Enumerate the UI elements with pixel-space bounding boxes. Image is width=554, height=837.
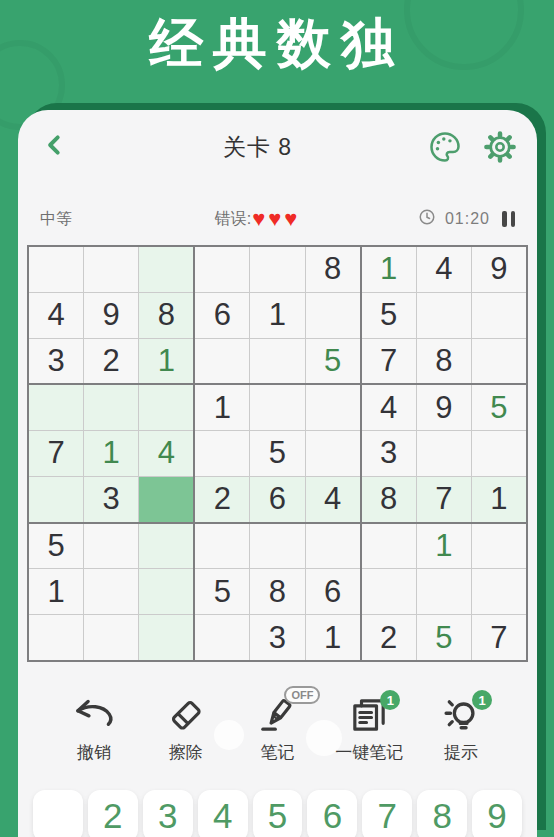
sudoku-box: 58631: [195, 524, 359, 660]
sudoku-cell-r4c3[interactable]: [139, 385, 193, 430]
tool-label: 撤销: [77, 741, 111, 764]
sudoku-cell-r3c4[interactable]: [195, 339, 249, 384]
level-title: 关卡 8: [108, 132, 407, 163]
game-card: 关卡 8: [18, 110, 537, 837]
sudoku-cell-r2c4[interactable]: 6: [195, 293, 249, 338]
sudoku-box: 498321: [29, 247, 193, 383]
clock-icon: [418, 208, 436, 230]
sudoku-cell-r8c4[interactable]: 5: [195, 569, 249, 614]
sudoku-cell-r2c2[interactable]: 9: [84, 293, 138, 338]
sudoku-cell-r5c4[interactable]: [195, 431, 249, 476]
sudoku-cell-r6c8[interactable]: 7: [417, 477, 471, 522]
sudoku-cell-r7c6[interactable]: [306, 524, 360, 569]
sudoku-cell-r2c5[interactable]: 1: [250, 293, 304, 338]
numpad-button-5[interactable]: 5: [253, 790, 303, 837]
sudoku-cell-r4c6[interactable]: [306, 385, 360, 430]
sudoku-cell-r2c3[interactable]: 8: [139, 293, 193, 338]
sudoku-cell-r3c5[interactable]: [250, 339, 304, 384]
sudoku-cell-r5c5[interactable]: 5: [250, 431, 304, 476]
sudoku-cell-r5c8[interactable]: [417, 431, 471, 476]
undo-button[interactable]: 撤销: [48, 696, 140, 764]
sudoku-cell-r7c5[interactable]: [250, 524, 304, 569]
sudoku-cell-r6c6[interactable]: 4: [306, 477, 360, 522]
sudoku-cell-r4c2[interactable]: [84, 385, 138, 430]
sudoku-cell-r2c7[interactable]: 5: [362, 293, 416, 338]
sudoku-cell-r6c3[interactable]: [139, 477, 193, 522]
gear-icon[interactable]: [483, 130, 517, 164]
sudoku-box: 7143: [29, 385, 193, 521]
palette-icon[interactable]: [427, 129, 463, 165]
sudoku-board: 4983218615149578714315264495387151586311…: [27, 245, 528, 662]
sudoku-cell-r8c7[interactable]: [362, 569, 416, 614]
sudoku-cell-r6c9[interactable]: 1: [472, 477, 526, 522]
sudoku-cell-r3c2[interactable]: 2: [84, 339, 138, 384]
sudoku-cell-r7c9[interactable]: [472, 524, 526, 569]
auto-notes-count-badge: 1: [380, 690, 400, 710]
numpad-button-9[interactable]: 9: [472, 790, 522, 837]
eraser-icon: [165, 695, 207, 739]
numpad-button-7[interactable]: 7: [362, 790, 412, 837]
sudoku-cell-r5c9[interactable]: [472, 431, 526, 476]
sudoku-cell-r9c1[interactable]: [29, 615, 83, 660]
pause-button[interactable]: [502, 211, 515, 227]
sudoku-cell-r4c8[interactable]: 9: [417, 385, 471, 430]
sudoku-cell-r4c4[interactable]: 1: [195, 385, 249, 430]
sudoku-cell-r9c4[interactable]: [195, 615, 249, 660]
sudoku-cell-r9c6[interactable]: 1: [306, 615, 360, 660]
sudoku-box: 1257: [362, 524, 526, 660]
status-row: 中等 错误: ♥♥♥ 01:20: [18, 206, 537, 232]
time-value: 01:20: [445, 210, 490, 228]
sudoku-cell-r9c3[interactable]: [139, 615, 193, 660]
sudoku-cell-r8c8[interactable]: [417, 569, 471, 614]
sudoku-cell-r3c1[interactable]: 3: [29, 339, 83, 384]
sudoku-cell-r3c7[interactable]: 7: [362, 339, 416, 384]
sudoku-cell-r1c3[interactable]: [139, 247, 193, 292]
sudoku-cell-r7c3[interactable]: [139, 524, 193, 569]
tool-label: 笔记: [260, 741, 294, 764]
sudoku-cell-r8c9[interactable]: [472, 569, 526, 614]
numpad-button-4[interactable]: 4: [198, 790, 248, 837]
sudoku-box: 15264: [195, 385, 359, 521]
top-bar: 关卡 8: [18, 122, 537, 172]
hint-count-badge: 1: [472, 690, 492, 710]
chevron-left-icon: [42, 132, 68, 162]
sudoku-cell-r5c1[interactable]: 7: [29, 431, 83, 476]
sudoku-cell-r6c2[interactable]: 3: [84, 477, 138, 522]
sudoku-cell-r2c8[interactable]: [417, 293, 471, 338]
sudoku-box: 51: [29, 524, 193, 660]
sudoku-cell-r8c1[interactable]: 1: [29, 569, 83, 614]
sudoku-cell-r2c6[interactable]: [306, 293, 360, 338]
sudoku-cell-r1c8[interactable]: 4: [417, 247, 471, 292]
notes-button[interactable]: OFF 笔记: [232, 696, 324, 764]
sudoku-cell-r9c9[interactable]: 7: [472, 615, 526, 660]
sudoku-box: 149578: [362, 247, 526, 383]
numpad-button-2[interactable]: 2: [88, 790, 138, 837]
sudoku-cell-r7c1[interactable]: 5: [29, 524, 83, 569]
numpad-button-8[interactable]: 8: [417, 790, 467, 837]
numpad-button-6[interactable]: 6: [307, 790, 357, 837]
sudoku-cell-r8c6[interactable]: 6: [306, 569, 360, 614]
sudoku-cell-r4c5[interactable]: [250, 385, 304, 430]
tool-label: 一键笔记: [335, 741, 403, 764]
back-button[interactable]: [38, 130, 72, 164]
numpad-button-3[interactable]: 3: [143, 790, 193, 837]
sudoku-cell-r1c2[interactable]: [84, 247, 138, 292]
sudoku-cell-r6c5[interactable]: 6: [250, 477, 304, 522]
sudoku-cell-r5c3[interactable]: 4: [139, 431, 193, 476]
toolbar: 撤销 擦除 OFF 笔: [48, 696, 507, 764]
sudoku-cell-r2c1[interactable]: 4: [29, 293, 83, 338]
errors-indicator: 错误: ♥♥♥: [150, 208, 365, 230]
sudoku-cell-r1c5[interactable]: [250, 247, 304, 292]
sudoku-cell-r8c3[interactable]: [139, 569, 193, 614]
difficulty-label: 中等: [40, 209, 150, 230]
sudoku-cell-r1c1[interactable]: [29, 247, 83, 292]
sudoku-cell-r2c9[interactable]: [472, 293, 526, 338]
sudoku-cell-r7c2[interactable]: [84, 524, 138, 569]
sudoku-cell-r6c1[interactable]: [29, 477, 83, 522]
hint-button[interactable]: 1 提示: [415, 696, 507, 764]
sudoku-cell-r3c8[interactable]: 8: [417, 339, 471, 384]
sudoku-cell-r8c5[interactable]: 8: [250, 569, 304, 614]
sudoku-cell-r6c7[interactable]: 8: [362, 477, 416, 522]
timer: 01:20: [365, 208, 515, 230]
numpad-button-1[interactable]: [33, 790, 83, 837]
sudoku-cell-r6c4[interactable]: 2: [195, 477, 249, 522]
sudoku-cell-r7c4[interactable]: [195, 524, 249, 569]
sudoku-cell-r1c7[interactable]: 1: [362, 247, 416, 292]
sudoku-box: 4953871: [362, 385, 526, 521]
errors-label: 错误:: [215, 209, 251, 230]
notes-off-badge: OFF: [284, 686, 320, 704]
app-title: 经典数独: [0, 0, 554, 110]
sudoku-cell-r9c8[interactable]: 5: [417, 615, 471, 660]
sudoku-cell-r1c4[interactable]: [195, 247, 249, 292]
sudoku-cell-r9c2[interactable]: [84, 615, 138, 660]
erase-button[interactable]: 擦除: [140, 696, 232, 764]
sudoku-cell-r1c9[interactable]: 9: [472, 247, 526, 292]
sudoku-cell-r1c6[interactable]: 8: [306, 247, 360, 292]
sudoku-cell-r9c5[interactable]: 3: [250, 615, 304, 660]
sudoku-cell-r3c3[interactable]: 1: [139, 339, 193, 384]
sudoku-cell-r4c1[interactable]: [29, 385, 83, 430]
sudoku-cell-r4c7[interactable]: 4: [362, 385, 416, 430]
tool-label: 提示: [444, 741, 478, 764]
undo-arrow-icon: [72, 696, 116, 738]
number-pad: 23456789: [33, 790, 522, 837]
sudoku-cell-r8c2[interactable]: [84, 569, 138, 614]
tool-label: 擦除: [169, 741, 203, 764]
sudoku-cell-r4c9[interactable]: 5: [472, 385, 526, 430]
sudoku-cell-r9c7[interactable]: 2: [362, 615, 416, 660]
sudoku-cell-r7c8[interactable]: 1: [417, 524, 471, 569]
sudoku-cell-r5c2[interactable]: 1: [84, 431, 138, 476]
sudoku-cell-r7c7[interactable]: [362, 524, 416, 569]
sudoku-cell-r5c6[interactable]: [306, 431, 360, 476]
sudoku-cell-r5c7[interactable]: 3: [362, 431, 416, 476]
hearts-icons: ♥♥♥: [252, 208, 300, 230]
sudoku-box: 8615: [195, 247, 359, 383]
auto-notes-button[interactable]: 1 一键笔记: [323, 696, 415, 764]
sudoku-cell-r3c6[interactable]: 5: [306, 339, 360, 384]
sudoku-cell-r3c9[interactable]: [472, 339, 526, 384]
